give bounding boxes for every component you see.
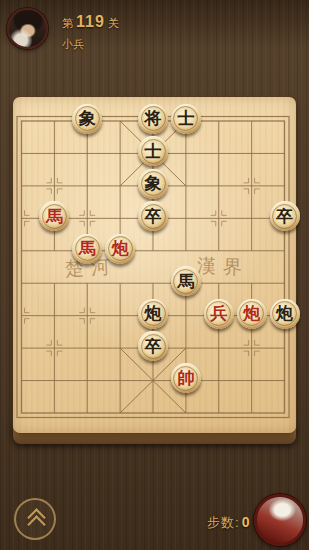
level-prefix: 第 bbox=[62, 16, 73, 31]
piece-black-advisor[interactable]: 士 bbox=[171, 104, 201, 134]
piece-black-horse[interactable]: 馬 bbox=[171, 266, 201, 296]
board-point: 炮 bbox=[104, 235, 137, 267]
piece-black-cannon[interactable]: 炮 bbox=[270, 299, 300, 329]
menu-expand-button[interactable] bbox=[14, 498, 56, 540]
piece-black-soldier[interactable]: 卒 bbox=[270, 201, 300, 231]
board-point: 卒 bbox=[137, 332, 170, 364]
piece-glyph: 馬 bbox=[79, 240, 96, 257]
board-point: 炮 bbox=[268, 299, 301, 331]
board-point: 炮 bbox=[235, 299, 268, 331]
piece-glyph: 炮 bbox=[112, 240, 129, 257]
piece-glyph: 馬 bbox=[177, 273, 194, 290]
level-suffix: 关 bbox=[108, 16, 119, 31]
piece-black-cannon[interactable]: 炮 bbox=[138, 299, 168, 329]
piece-black-advisor[interactable]: 士 bbox=[138, 136, 168, 166]
piece-glyph: 兵 bbox=[210, 305, 227, 322]
piece-black-elephant[interactable]: 象 bbox=[138, 169, 168, 199]
piece-red-horse[interactable]: 馬 bbox=[39, 201, 69, 231]
piece-glyph: 象 bbox=[145, 175, 162, 192]
piece-red-soldier[interactable]: 兵 bbox=[204, 299, 234, 329]
piece-black-general[interactable]: 将 bbox=[138, 104, 168, 134]
piece-glyph: 将 bbox=[145, 110, 162, 127]
piece-glyph: 炮 bbox=[145, 305, 162, 322]
piece-black-elephant[interactable]: 象 bbox=[72, 104, 102, 134]
board-point: 将 bbox=[137, 105, 170, 137]
piece-black-soldier[interactable]: 卒 bbox=[138, 201, 168, 231]
steps-value: 0 bbox=[242, 514, 250, 530]
piece-glyph: 帥 bbox=[177, 370, 194, 387]
piece-glyph: 卒 bbox=[145, 208, 162, 225]
steps-label: 步数: bbox=[207, 514, 240, 532]
piece-red-horse[interactable]: 馬 bbox=[72, 234, 102, 264]
game-screen: 第 119 关 小兵 楚河 漢界 象将士士象馬卒卒馬炮馬炮兵炮炮卒帥 步数: 0 bbox=[0, 0, 309, 550]
level-line: 第 119 关 bbox=[62, 13, 119, 31]
board-point: 士 bbox=[169, 105, 202, 137]
board-point: 兵 bbox=[202, 299, 235, 331]
piece-glyph: 士 bbox=[145, 143, 162, 160]
piece-red-general[interactable]: 帥 bbox=[171, 363, 201, 393]
piece-glyph: 炮 bbox=[243, 305, 260, 322]
level-number: 119 bbox=[76, 13, 105, 31]
board-point: 馬 bbox=[169, 267, 202, 299]
board-point: 象 bbox=[71, 105, 104, 137]
piece-glyph: 卒 bbox=[145, 338, 162, 355]
piece-black-soldier[interactable]: 卒 bbox=[138, 331, 168, 361]
board-point: 馬 bbox=[71, 235, 104, 267]
board-point: 卒 bbox=[137, 202, 170, 234]
step-counter: 步数: 0 bbox=[207, 514, 249, 532]
piece-glyph: 卒 bbox=[276, 208, 293, 225]
opponent-avatar[interactable] bbox=[254, 494, 306, 546]
board-point: 帥 bbox=[169, 364, 202, 396]
xiangqi-board: 楚河 漢界 象将士士象馬卒卒馬炮馬炮兵炮炮卒帥 bbox=[13, 97, 296, 433]
board-point: 士 bbox=[137, 137, 170, 169]
piece-glyph: 象 bbox=[79, 110, 96, 127]
piece-red-cannon[interactable]: 炮 bbox=[105, 234, 135, 264]
player-name: 小兵 bbox=[62, 37, 119, 52]
piece-glyph: 炮 bbox=[276, 305, 293, 322]
board-point: 炮 bbox=[137, 299, 170, 331]
board-point: 馬 bbox=[38, 202, 71, 234]
player-avatar[interactable] bbox=[7, 8, 48, 49]
piece-red-cannon[interactable]: 炮 bbox=[237, 299, 267, 329]
board-point: 象 bbox=[137, 170, 170, 202]
level-info: 第 119 关 小兵 bbox=[62, 13, 119, 52]
piece-glyph: 士 bbox=[177, 110, 194, 127]
pieces-layer: 象将士士象馬卒卒馬炮馬炮兵炮炮卒帥 bbox=[5, 105, 301, 429]
board-point: 卒 bbox=[268, 202, 301, 234]
piece-glyph: 馬 bbox=[46, 208, 63, 225]
